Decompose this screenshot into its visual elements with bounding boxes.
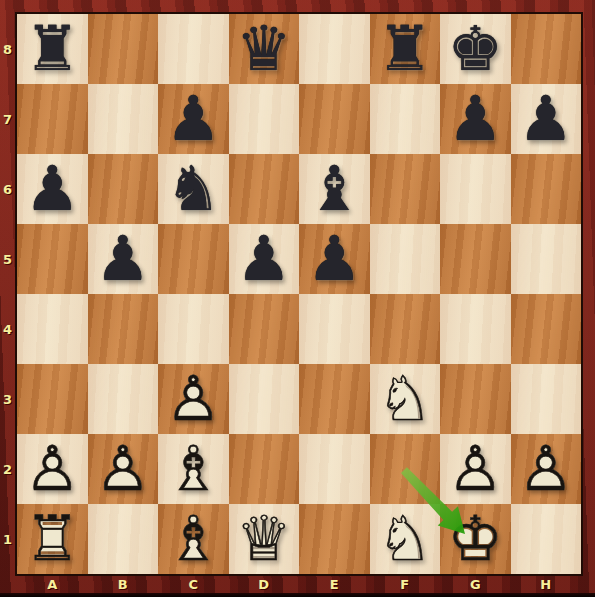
square-g3[interactable] xyxy=(440,364,511,434)
square-b1[interactable] xyxy=(88,504,159,574)
board-edge: ♜♛♜♚♟♟♟♟♞♝♟♟♟♟♙♞♘♟♙♟♙♝♗♟♙♟♙♜♖♝♗♛♕♞♘♚♔ xyxy=(15,12,583,576)
square-g2[interactable]: ♟♙ xyxy=(440,434,511,504)
piece-white-pawn: ♟♙ xyxy=(88,434,158,504)
file-label-e: E xyxy=(299,575,370,593)
piece-black-king: ♚ xyxy=(440,14,510,84)
piece-black-bishop: ♝ xyxy=(299,154,369,224)
rank-label-3: 3 xyxy=(0,364,15,434)
rank-label-6: 6 xyxy=(0,154,15,224)
file-label-h: H xyxy=(511,575,582,593)
square-e7[interactable] xyxy=(299,84,370,154)
piece-black-pawn: ♟ xyxy=(158,84,228,154)
square-g6[interactable] xyxy=(440,154,511,224)
square-h7[interactable]: ♟ xyxy=(511,84,582,154)
square-a4[interactable] xyxy=(17,294,88,364)
file-label-a: A xyxy=(17,575,88,593)
piece-black-pawn: ♟ xyxy=(511,84,581,154)
file-label-f: F xyxy=(370,575,441,593)
rank-labels: 87654321 xyxy=(0,14,15,574)
square-e2[interactable] xyxy=(299,434,370,504)
square-c5[interactable] xyxy=(158,224,229,294)
piece-white-king: ♚♔ xyxy=(440,504,510,574)
piece-black-knight: ♞ xyxy=(158,154,228,224)
square-b2[interactable]: ♟♙ xyxy=(88,434,159,504)
chess-board: ♜♛♜♚♟♟♟♟♞♝♟♟♟♟♙♞♘♟♙♟♙♝♗♟♙♟♙♜♖♝♗♛♕♞♘♚♔ xyxy=(17,14,581,574)
chess-board-frame: 87654321 ♜♛♜♚♟♟♟♟♞♝♟♟♟♟♙♞♘♟♙♟♙♝♗♟♙♟♙♜♖♝♗… xyxy=(0,0,595,597)
square-d1[interactable]: ♛♕ xyxy=(229,504,300,574)
square-b3[interactable] xyxy=(88,364,159,434)
square-f6[interactable] xyxy=(370,154,441,224)
square-e3[interactable] xyxy=(299,364,370,434)
square-b4[interactable] xyxy=(88,294,159,364)
square-c2[interactable]: ♝♗ xyxy=(158,434,229,504)
piece-black-pawn: ♟ xyxy=(440,84,510,154)
file-label-d: D xyxy=(229,575,300,593)
square-h4[interactable] xyxy=(511,294,582,364)
piece-white-rook: ♜♖ xyxy=(17,504,87,574)
square-a6[interactable]: ♟ xyxy=(17,154,88,224)
file-label-g: G xyxy=(440,575,511,593)
piece-black-rook: ♜ xyxy=(370,14,440,84)
square-f7[interactable] xyxy=(370,84,441,154)
square-a8[interactable]: ♜ xyxy=(17,14,88,84)
square-c4[interactable] xyxy=(158,294,229,364)
piece-black-pawn: ♟ xyxy=(299,224,369,294)
piece-black-queen: ♛ xyxy=(229,14,299,84)
square-h3[interactable] xyxy=(511,364,582,434)
piece-black-pawn: ♟ xyxy=(17,154,87,224)
square-d5[interactable]: ♟ xyxy=(229,224,300,294)
square-f1[interactable]: ♞♘ xyxy=(370,504,441,574)
rank-label-1: 1 xyxy=(0,504,15,574)
rank-label-2: 2 xyxy=(0,434,15,504)
square-d8[interactable]: ♛ xyxy=(229,14,300,84)
square-c8[interactable] xyxy=(158,14,229,84)
square-a1[interactable]: ♜♖ xyxy=(17,504,88,574)
square-b7[interactable] xyxy=(88,84,159,154)
piece-black-pawn: ♟ xyxy=(229,224,299,294)
square-g7[interactable]: ♟ xyxy=(440,84,511,154)
file-label-c: C xyxy=(158,575,229,593)
square-f5[interactable] xyxy=(370,224,441,294)
square-e8[interactable] xyxy=(299,14,370,84)
square-f3[interactable]: ♞♘ xyxy=(370,364,441,434)
square-b8[interactable] xyxy=(88,14,159,84)
piece-white-pawn: ♟♙ xyxy=(17,434,87,504)
square-g5[interactable] xyxy=(440,224,511,294)
square-d4[interactable] xyxy=(229,294,300,364)
square-c1[interactable]: ♝♗ xyxy=(158,504,229,574)
file-labels: ABCDEFGH xyxy=(17,575,581,593)
square-e6[interactable]: ♝ xyxy=(299,154,370,224)
square-e4[interactable] xyxy=(299,294,370,364)
square-d7[interactable] xyxy=(229,84,300,154)
square-c7[interactable]: ♟ xyxy=(158,84,229,154)
square-c6[interactable]: ♞ xyxy=(158,154,229,224)
square-a5[interactable] xyxy=(17,224,88,294)
piece-white-bishop: ♝♗ xyxy=(158,504,228,574)
piece-white-pawn: ♟♙ xyxy=(158,364,228,434)
frame-bottom-shadow xyxy=(0,593,595,597)
piece-black-rook: ♜ xyxy=(17,14,87,84)
square-e1[interactable] xyxy=(299,504,370,574)
square-h5[interactable] xyxy=(511,224,582,294)
piece-white-pawn: ♟♙ xyxy=(511,434,581,504)
rank-label-7: 7 xyxy=(0,84,15,154)
square-d2[interactable] xyxy=(229,434,300,504)
square-h8[interactable] xyxy=(511,14,582,84)
square-d3[interactable] xyxy=(229,364,300,434)
square-b6[interactable] xyxy=(88,154,159,224)
square-c3[interactable]: ♟♙ xyxy=(158,364,229,434)
rank-label-4: 4 xyxy=(0,294,15,364)
piece-white-pawn: ♟♙ xyxy=(440,434,510,504)
square-f8[interactable]: ♜ xyxy=(370,14,441,84)
square-b5[interactable]: ♟ xyxy=(88,224,159,294)
square-d6[interactable] xyxy=(229,154,300,224)
square-g1[interactable]: ♚♔ xyxy=(440,504,511,574)
square-f2[interactable] xyxy=(370,434,441,504)
square-g8[interactable]: ♚ xyxy=(440,14,511,84)
piece-white-knight: ♞♘ xyxy=(370,364,440,434)
square-f4[interactable] xyxy=(370,294,441,364)
piece-white-queen: ♛♕ xyxy=(229,504,299,574)
square-h6[interactable] xyxy=(511,154,582,224)
piece-black-pawn: ♟ xyxy=(88,224,158,294)
rank-label-5: 5 xyxy=(0,224,15,294)
file-label-b: B xyxy=(88,575,159,593)
square-a3[interactable] xyxy=(17,364,88,434)
square-a2[interactable]: ♟♙ xyxy=(17,434,88,504)
square-g4[interactable] xyxy=(440,294,511,364)
square-a7[interactable] xyxy=(17,84,88,154)
piece-white-bishop: ♝♗ xyxy=(158,434,228,504)
square-h2[interactable]: ♟♙ xyxy=(511,434,582,504)
square-h1[interactable] xyxy=(511,504,582,574)
square-e5[interactable]: ♟ xyxy=(299,224,370,294)
rank-label-8: 8 xyxy=(0,14,15,84)
piece-white-knight: ♞♘ xyxy=(370,504,440,574)
